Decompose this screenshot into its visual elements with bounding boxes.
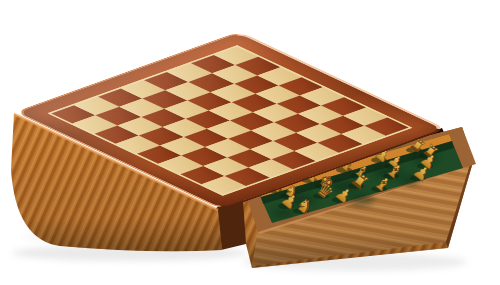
product-photo: ♟♟♝♟♜♞♚♝♟♜♟♛♜♝♟♞♟♝♟ <box>0 0 500 285</box>
